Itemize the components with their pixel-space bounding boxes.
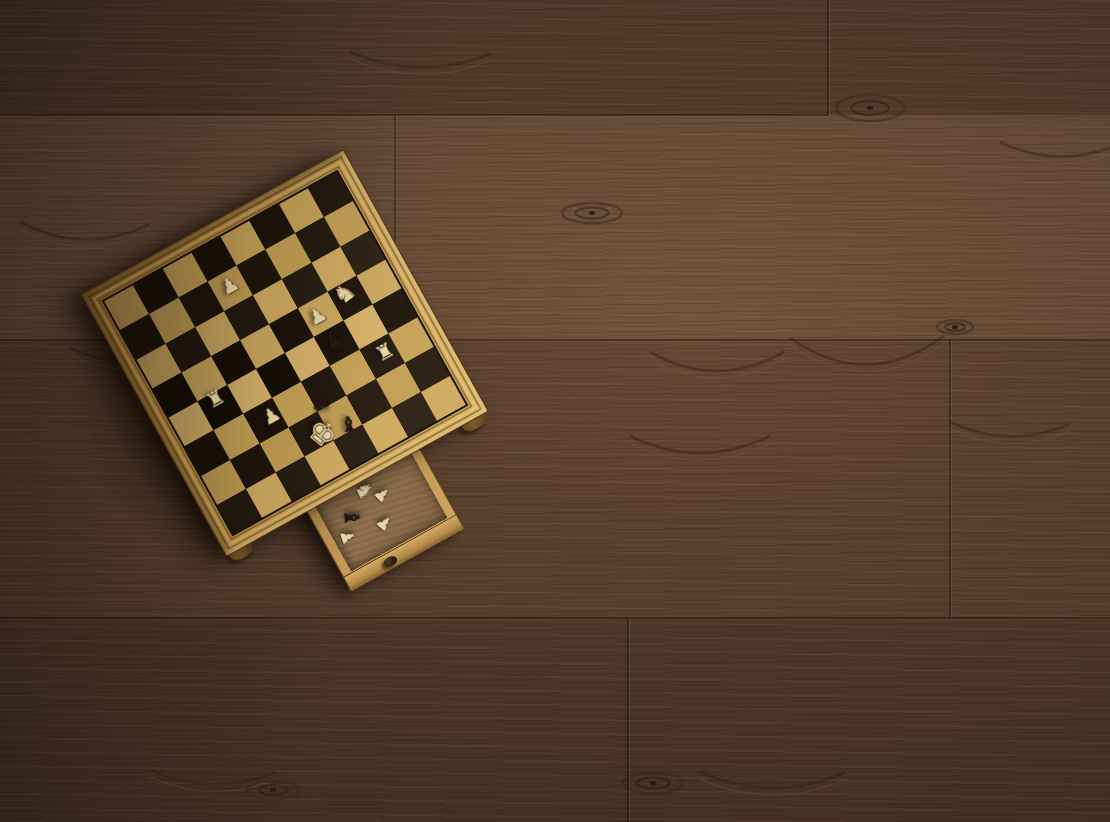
photo-stage: ♞♟♝♟♟ ♟♞♟♟♜♟♜♟♚♝ bbox=[0, 0, 1110, 822]
